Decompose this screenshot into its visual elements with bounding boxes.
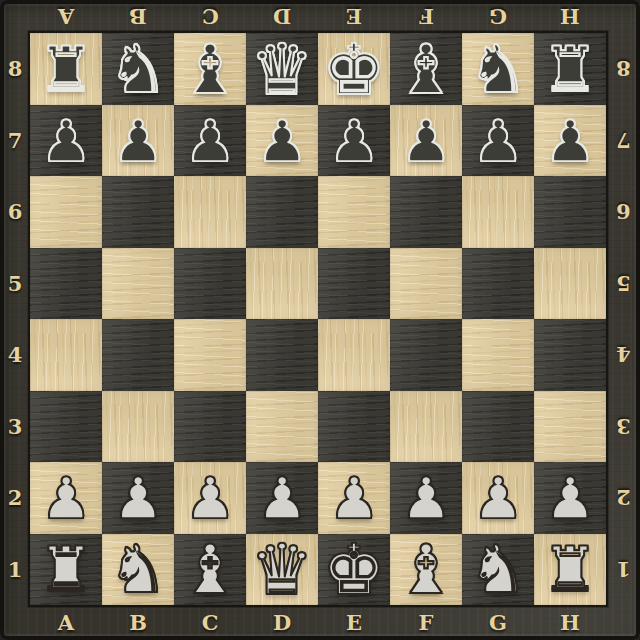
piece-black-rook[interactable]: ♜ <box>542 39 598 101</box>
file-label-bottom-f-cell: F <box>390 605 462 640</box>
piece-black-pawn[interactable]: ♟ <box>400 113 451 170</box>
piece-white-knight[interactable]: ♞ <box>108 537 167 603</box>
square-d3[interactable] <box>246 391 318 463</box>
square-c1[interactable]: ♝ <box>174 534 246 606</box>
square-d2[interactable]: ♟ <box>246 462 318 534</box>
square-b7[interactable]: ♟ <box>102 105 174 177</box>
piece-white-pawn[interactable]: ♟ <box>544 470 595 527</box>
rank-label-left-6-cell: 6 <box>0 176 30 248</box>
piece-white-pawn[interactable]: ♟ <box>400 470 451 527</box>
square-g7[interactable]: ♟ <box>462 105 534 177</box>
piece-black-pawn[interactable]: ♟ <box>184 113 235 170</box>
square-e2[interactable]: ♟ <box>318 462 390 534</box>
file-labels-top: ABCDEFGH <box>30 0 606 33</box>
square-c5[interactable] <box>174 248 246 320</box>
rank-label-left-2: 2 <box>8 485 23 510</box>
square-d1[interactable]: ♛ <box>246 534 318 606</box>
rank-label-left-5-cell: 5 <box>0 248 30 320</box>
square-b1[interactable]: ♞ <box>102 534 174 606</box>
square-d4[interactable] <box>246 319 318 391</box>
piece-white-pawn[interactable]: ♟ <box>112 470 163 527</box>
square-a5[interactable] <box>30 248 102 320</box>
piece-white-knight[interactable]: ♞ <box>468 537 527 603</box>
rank-label-left-3: 3 <box>8 414 23 439</box>
square-h4[interactable] <box>534 319 606 391</box>
piece-black-pawn[interactable]: ♟ <box>256 113 307 170</box>
square-a8[interactable]: ♜ <box>30 33 102 105</box>
rank-labels-right: 87654321 <box>606 33 640 605</box>
rank-labels-left: 87654321 <box>0 33 30 605</box>
rank-label-right-5: 5 <box>616 271 631 296</box>
rank-label-left-4: 4 <box>8 342 23 367</box>
piece-black-pawn[interactable]: ♟ <box>328 113 379 170</box>
piece-black-king[interactable]: ♚ <box>323 35 386 105</box>
rank-label-right-8-cell: 8 <box>606 33 640 105</box>
file-label-top-d-cell: D <box>246 0 318 33</box>
square-g4[interactable] <box>462 319 534 391</box>
rank-label-left-1: 1 <box>8 557 23 582</box>
square-b4[interactable] <box>102 319 174 391</box>
piece-white-pawn[interactable]: ♟ <box>472 470 523 527</box>
file-label-bottom-h-cell: H <box>534 605 606 640</box>
file-label-bottom-c-cell: C <box>174 605 246 640</box>
piece-white-pawn[interactable]: ♟ <box>328 470 379 527</box>
file-label-bottom-b: B <box>129 610 147 635</box>
square-e4[interactable] <box>318 319 390 391</box>
square-a4[interactable] <box>30 319 102 391</box>
file-label-top-h: H <box>560 4 580 29</box>
square-c4[interactable] <box>174 319 246 391</box>
rank-label-right-3: 3 <box>616 414 631 439</box>
piece-black-pawn[interactable]: ♟ <box>112 113 163 170</box>
square-f6[interactable] <box>390 176 462 248</box>
file-label-bottom-b-cell: B <box>102 605 174 640</box>
rank-label-right-6: 6 <box>616 199 631 224</box>
square-f7[interactable]: ♟ <box>390 105 462 177</box>
square-d6[interactable] <box>246 176 318 248</box>
file-label-top-e: E <box>346 4 362 29</box>
rank-label-left-5: 5 <box>8 271 23 296</box>
square-e1[interactable]: ♚ <box>318 534 390 606</box>
rank-label-right-2-cell: 2 <box>606 462 640 534</box>
piece-black-queen[interactable]: ♛ <box>251 35 314 105</box>
file-label-bottom-d: D <box>273 610 291 635</box>
piece-black-bishop[interactable]: ♝ <box>396 36 457 104</box>
square-e6[interactable] <box>318 176 390 248</box>
chess-board[interactable]: ♜♞♝♛♚♝♞♜♟♟♟♟♟♟♟♟♟♟♟♟♟♟♟♟♜♞♝♛♚♝♞♜ <box>30 33 606 605</box>
square-f5[interactable] <box>390 248 462 320</box>
square-c3[interactable] <box>174 391 246 463</box>
square-e5[interactable] <box>318 248 390 320</box>
square-h1[interactable]: ♜ <box>534 534 606 606</box>
rank-label-right-5-cell: 5 <box>606 248 640 320</box>
rank-label-left-4-cell: 4 <box>0 319 30 391</box>
file-label-bottom-a-cell: A <box>30 605 102 640</box>
rank-label-left-8: 8 <box>8 56 23 81</box>
square-h6[interactable] <box>534 176 606 248</box>
file-labels-bottom: ABCDEFGH <box>30 605 606 640</box>
file-label-bottom-a: A <box>58 610 74 635</box>
piece-black-rook[interactable]: ♜ <box>38 39 94 101</box>
piece-white-queen[interactable]: ♛ <box>251 535 314 605</box>
square-g5[interactable] <box>462 248 534 320</box>
rank-label-left-7-cell: 7 <box>0 105 30 177</box>
file-label-bottom-e-cell: E <box>318 605 390 640</box>
square-f8[interactable]: ♝ <box>390 33 462 105</box>
file-label-top-e-cell: E <box>318 0 390 33</box>
square-b8[interactable]: ♞ <box>102 33 174 105</box>
square-b2[interactable]: ♟ <box>102 462 174 534</box>
piece-white-king[interactable]: ♚ <box>323 535 386 605</box>
file-label-bottom-h: H <box>560 610 580 635</box>
square-a1[interactable]: ♜ <box>30 534 102 606</box>
square-f3[interactable] <box>390 391 462 463</box>
piece-white-rook[interactable]: ♜ <box>542 539 598 601</box>
square-c2[interactable]: ♟ <box>174 462 246 534</box>
square-a3[interactable] <box>30 391 102 463</box>
piece-white-bishop[interactable]: ♝ <box>396 536 457 604</box>
rank-label-right-8: 8 <box>616 56 631 81</box>
file-label-bottom-c: C <box>202 610 219 635</box>
square-h8[interactable]: ♜ <box>534 33 606 105</box>
rank-label-left-7: 7 <box>8 128 23 153</box>
rank-label-left-6: 6 <box>8 199 23 224</box>
file-label-top-f-cell: F <box>390 0 462 33</box>
square-h7[interactable]: ♟ <box>534 105 606 177</box>
square-f4[interactable] <box>390 319 462 391</box>
square-b5[interactable] <box>102 248 174 320</box>
rank-label-right-3-cell: 3 <box>606 391 640 463</box>
square-c8[interactable]: ♝ <box>174 33 246 105</box>
file-label-top-c: C <box>202 4 219 29</box>
square-g3[interactable] <box>462 391 534 463</box>
piece-white-pawn[interactable]: ♟ <box>184 470 235 527</box>
file-label-top-a-cell: A <box>30 0 102 33</box>
square-e7[interactable]: ♟ <box>318 105 390 177</box>
square-g2[interactable]: ♟ <box>462 462 534 534</box>
square-b6[interactable] <box>102 176 174 248</box>
file-label-top-h-cell: H <box>534 0 606 33</box>
rank-label-left-3-cell: 3 <box>0 391 30 463</box>
square-h2[interactable]: ♟ <box>534 462 606 534</box>
file-label-top-b-cell: B <box>102 0 174 33</box>
rank-label-right-7-cell: 7 <box>606 105 640 177</box>
chess-board-frame: ABCDEFGH 87654321 87654321 ABCDEFGH ♜♞♝♛… <box>0 0 640 640</box>
file-label-top-g: G <box>489 4 507 29</box>
rank-label-right-7: 7 <box>616 128 631 153</box>
square-f1[interactable]: ♝ <box>390 534 462 606</box>
rank-label-left-2-cell: 2 <box>0 462 30 534</box>
file-label-bottom-d-cell: D <box>246 605 318 640</box>
piece-white-rook[interactable]: ♜ <box>38 539 94 601</box>
square-e3[interactable] <box>318 391 390 463</box>
square-d8[interactable]: ♛ <box>246 33 318 105</box>
square-h5[interactable] <box>534 248 606 320</box>
square-a2[interactable]: ♟ <box>30 462 102 534</box>
square-d5[interactable] <box>246 248 318 320</box>
file-label-top-b: B <box>129 4 147 29</box>
square-a7[interactable]: ♟ <box>30 105 102 177</box>
piece-white-pawn[interactable]: ♟ <box>40 470 91 527</box>
piece-black-pawn[interactable]: ♟ <box>544 113 595 170</box>
square-b3[interactable] <box>102 391 174 463</box>
piece-black-bishop[interactable]: ♝ <box>180 36 241 104</box>
rank-label-left-1-cell: 1 <box>0 534 30 606</box>
square-f2[interactable]: ♟ <box>390 462 462 534</box>
file-label-bottom-f: F <box>419 610 434 635</box>
piece-black-pawn[interactable]: ♟ <box>472 113 523 170</box>
file-label-bottom-e: E <box>346 610 362 635</box>
rank-label-right-4: 4 <box>616 342 631 367</box>
piece-black-knight[interactable]: ♞ <box>108 37 167 103</box>
square-c6[interactable] <box>174 176 246 248</box>
square-d7[interactable]: ♟ <box>246 105 318 177</box>
rank-label-right-4-cell: 4 <box>606 319 640 391</box>
piece-white-pawn[interactable]: ♟ <box>256 470 307 527</box>
square-e8[interactable]: ♚ <box>318 33 390 105</box>
rank-label-right-1: 1 <box>616 557 631 582</box>
square-h3[interactable] <box>534 391 606 463</box>
square-g8[interactable]: ♞ <box>462 33 534 105</box>
file-label-top-g-cell: G <box>462 0 534 33</box>
file-label-bottom-g: G <box>489 610 507 635</box>
rank-label-right-2: 2 <box>616 485 631 510</box>
file-label-top-a: A <box>58 4 74 29</box>
square-g1[interactable]: ♞ <box>462 534 534 606</box>
rank-label-right-1-cell: 1 <box>606 534 640 606</box>
piece-black-pawn[interactable]: ♟ <box>40 113 91 170</box>
file-label-top-c-cell: C <box>174 0 246 33</box>
piece-white-bishop[interactable]: ♝ <box>180 536 241 604</box>
rank-label-left-8-cell: 8 <box>0 33 30 105</box>
square-g6[interactable] <box>462 176 534 248</box>
square-c7[interactable]: ♟ <box>174 105 246 177</box>
file-label-top-d: D <box>273 4 291 29</box>
file-label-bottom-g-cell: G <box>462 605 534 640</box>
piece-black-knight[interactable]: ♞ <box>468 37 527 103</box>
square-a6[interactable] <box>30 176 102 248</box>
rank-label-right-6-cell: 6 <box>606 176 640 248</box>
file-label-top-f: F <box>419 4 434 29</box>
